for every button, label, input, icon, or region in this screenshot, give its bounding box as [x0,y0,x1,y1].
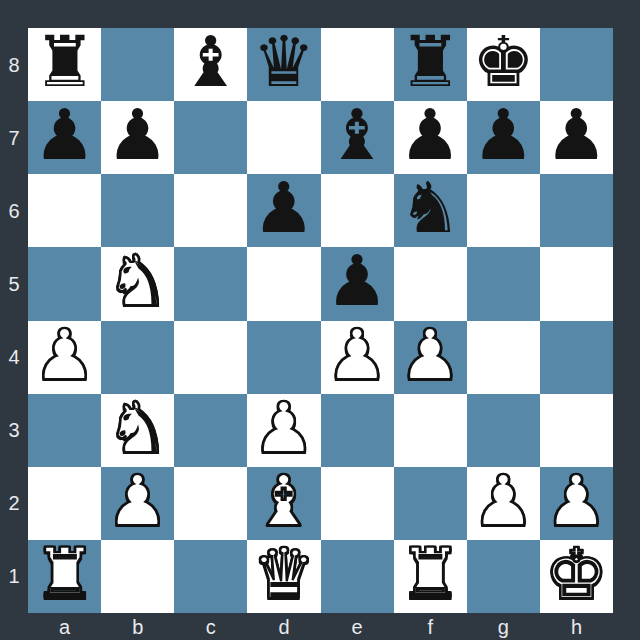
piece-black-pawn[interactable]: ♟ [33,99,96,172]
piece-white-king[interactable]: ♚ [545,538,608,611]
square-g4[interactable] [467,321,540,394]
file-label-f: f [394,613,467,640]
piece-white-knight[interactable]: ♞ [106,392,169,465]
square-d1[interactable]: ♛ [247,540,320,613]
square-a6[interactable] [28,174,101,247]
piece-black-pawn[interactable]: ♟ [399,99,462,172]
piece-black-king[interactable]: ♚ [472,26,535,99]
rank-label-8: 8 [0,28,28,101]
square-c4[interactable] [174,321,247,394]
square-e4[interactable]: ♟ [321,321,394,394]
piece-black-pawn[interactable]: ♟ [545,99,608,172]
square-e6[interactable] [321,174,394,247]
square-d5[interactable] [247,247,320,320]
square-h5[interactable] [540,247,613,320]
file-label-g: g [467,613,540,640]
rank-label-4: 4 [0,321,28,394]
square-b2[interactable]: ♟ [101,467,174,540]
square-g7[interactable]: ♟ [467,101,540,174]
square-g1[interactable] [467,540,540,613]
square-a7[interactable]: ♟ [28,101,101,174]
piece-black-bishop[interactable]: ♝ [326,99,389,172]
rank-label-1: 1 [0,540,28,613]
piece-white-pawn[interactable]: ♟ [545,465,608,538]
piece-white-bishop[interactable]: ♝ [253,465,316,538]
square-g6[interactable] [467,174,540,247]
square-a4[interactable]: ♟ [28,321,101,394]
piece-black-bishop[interactable]: ♝ [179,26,242,99]
rank-label-5: 5 [0,247,28,320]
square-f3[interactable] [394,394,467,467]
square-e7[interactable]: ♝ [321,101,394,174]
square-c7[interactable] [174,101,247,174]
square-f4[interactable]: ♟ [394,321,467,394]
square-g8[interactable]: ♚ [467,28,540,101]
piece-white-pawn[interactable]: ♟ [33,319,96,392]
square-b4[interactable] [101,321,174,394]
square-c3[interactable] [174,394,247,467]
piece-black-pawn[interactable]: ♟ [472,99,535,172]
square-h8[interactable] [540,28,613,101]
square-f2[interactable] [394,467,467,540]
square-f8[interactable]: ♜ [394,28,467,101]
square-h2[interactable]: ♟ [540,467,613,540]
square-c2[interactable] [174,467,247,540]
rank-label-2: 2 [0,467,28,540]
square-e1[interactable] [321,540,394,613]
piece-black-rook[interactable]: ♜ [33,26,96,99]
rank-label-6: 6 [0,174,28,247]
square-a8[interactable]: ♜ [28,28,101,101]
rank-label-7: 7 [0,101,28,174]
square-b6[interactable] [101,174,174,247]
square-g2[interactable]: ♟ [467,467,540,540]
square-b5[interactable]: ♞ [101,247,174,320]
square-b1[interactable] [101,540,174,613]
square-d6[interactable]: ♟ [247,174,320,247]
square-h4[interactable] [540,321,613,394]
square-d4[interactable] [247,321,320,394]
square-e5[interactable]: ♟ [321,247,394,320]
piece-black-queen[interactable]: ♛ [253,26,316,99]
square-f7[interactable]: ♟ [394,101,467,174]
square-c8[interactable]: ♝ [174,28,247,101]
square-d7[interactable] [247,101,320,174]
square-g3[interactable] [467,394,540,467]
square-h3[interactable] [540,394,613,467]
chess-diagram: 87654321 ♜♝♛♜♚♟♟♝♟♟♟♟♞♞♟♟♟♟♞♟♟♝♟♟♜♛♜♚ ab… [0,0,640,640]
square-a1[interactable]: ♜ [28,540,101,613]
square-a5[interactable] [28,247,101,320]
square-d8[interactable]: ♛ [247,28,320,101]
square-f5[interactable] [394,247,467,320]
square-f6[interactable]: ♞ [394,174,467,247]
file-labels: abcdefgh [28,613,613,640]
square-d2[interactable]: ♝ [247,467,320,540]
piece-white-pawn[interactable]: ♟ [106,465,169,538]
piece-black-knight[interactable]: ♞ [399,172,462,245]
square-e2[interactable] [321,467,394,540]
board[interactable]: ♜♝♛♜♚♟♟♝♟♟♟♟♞♞♟♟♟♟♞♟♟♝♟♟♜♛♜♚ [28,28,613,613]
square-c1[interactable] [174,540,247,613]
file-label-h: h [540,613,613,640]
piece-black-pawn[interactable]: ♟ [253,172,316,245]
square-a2[interactable] [28,467,101,540]
piece-white-pawn[interactable]: ♟ [326,319,389,392]
piece-black-rook[interactable]: ♜ [399,26,462,99]
square-e8[interactable] [321,28,394,101]
piece-black-pawn[interactable]: ♟ [326,245,389,318]
square-h7[interactable]: ♟ [540,101,613,174]
file-label-c: c [174,613,247,640]
square-c5[interactable] [174,247,247,320]
file-label-a: a [28,613,101,640]
square-g5[interactable] [467,247,540,320]
piece-white-pawn[interactable]: ♟ [472,465,535,538]
rank-label-3: 3 [0,394,28,467]
square-d3[interactable]: ♟ [247,394,320,467]
square-b8[interactable] [101,28,174,101]
piece-white-pawn[interactable]: ♟ [399,319,462,392]
square-e3[interactable] [321,394,394,467]
piece-white-rook[interactable]: ♜ [33,538,96,611]
piece-white-queen[interactable]: ♛ [253,538,316,611]
square-a3[interactable] [28,394,101,467]
square-b3[interactable]: ♞ [101,394,174,467]
file-label-e: e [321,613,394,640]
square-b7[interactable]: ♟ [101,101,174,174]
piece-white-rook[interactable]: ♜ [399,538,462,611]
square-h6[interactable] [540,174,613,247]
rank-labels: 87654321 [0,28,28,613]
piece-white-knight[interactable]: ♞ [106,245,169,318]
file-label-b: b [101,613,174,640]
piece-black-pawn[interactable]: ♟ [106,99,169,172]
piece-white-pawn[interactable]: ♟ [253,392,316,465]
square-f1[interactable]: ♜ [394,540,467,613]
square-h1[interactable]: ♚ [540,540,613,613]
file-label-d: d [247,613,320,640]
square-c6[interactable] [174,174,247,247]
